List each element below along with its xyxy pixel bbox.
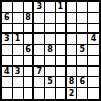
- cell-r2c8[interactable]: [77, 13, 88, 24]
- cell-r7c6[interactable]: [56, 67, 67, 78]
- cell-r3c8[interactable]: [77, 24, 88, 35]
- cell-r6c8[interactable]: [77, 56, 88, 67]
- cell-r4c3[interactable]: [24, 34, 35, 45]
- cell-r2c9[interactable]: [88, 13, 99, 24]
- cell-r1c2[interactable]: [13, 2, 24, 13]
- cell-r4c5[interactable]: [45, 34, 56, 45]
- cell-r5c7[interactable]: [67, 45, 78, 56]
- cell-r3c4[interactable]: [34, 24, 45, 35]
- cell-r8c1[interactable]: [2, 77, 13, 88]
- cell-r7c3[interactable]: [24, 67, 35, 78]
- given-digit: 3: [4, 35, 10, 43]
- cell-r2c3[interactable]: 8: [24, 13, 35, 24]
- cell-r6c3[interactable]: [24, 56, 35, 67]
- cell-r8c9[interactable]: [88, 77, 99, 88]
- cell-r9c1[interactable]: [2, 88, 13, 99]
- given-digit: 4: [91, 35, 97, 43]
- cell-r8c5[interactable]: 5: [45, 77, 56, 88]
- given-digit: 1: [15, 35, 21, 43]
- cell-r4c9[interactable]: 4: [88, 34, 99, 45]
- given-digit: 8: [69, 78, 75, 86]
- cell-r8c6[interactable]: [56, 77, 67, 88]
- cell-r1c8[interactable]: [77, 2, 88, 13]
- given-digit: 4: [4, 68, 10, 76]
- cell-r3c1[interactable]: [2, 24, 13, 35]
- cell-r5c6[interactable]: [56, 45, 67, 56]
- cell-r5c1[interactable]: [2, 45, 13, 56]
- cell-r1c7[interactable]: [67, 2, 78, 13]
- cell-r9c2[interactable]: [13, 88, 24, 99]
- cell-r1c3[interactable]: [24, 2, 35, 13]
- cell-r8c7[interactable]: 8: [67, 77, 78, 88]
- cell-r6c4[interactable]: [34, 56, 45, 67]
- given-digit: 8: [25, 14, 31, 22]
- given-digit: 7: [36, 68, 42, 76]
- cell-r5c4[interactable]: [34, 45, 45, 56]
- cell-r6c2[interactable]: [13, 56, 24, 67]
- cell-r3c3[interactable]: [24, 24, 35, 35]
- cell-r2c1[interactable]: 6: [2, 13, 13, 24]
- cell-r5c9[interactable]: [88, 45, 99, 56]
- cell-r6c7[interactable]: [67, 56, 78, 67]
- cell-r5c5[interactable]: 8: [45, 45, 56, 56]
- cell-r2c5[interactable]: [45, 13, 56, 24]
- cell-r4c6[interactable]: [56, 34, 67, 45]
- cell-r1c4[interactable]: 3: [34, 2, 45, 13]
- cell-r7c9[interactable]: [88, 67, 99, 78]
- cell-r9c4[interactable]: [34, 88, 45, 99]
- cell-r2c6[interactable]: [56, 13, 67, 24]
- cell-r7c4[interactable]: 7: [34, 67, 45, 78]
- given-digit: 3: [15, 68, 21, 76]
- cell-r8c2[interactable]: [13, 77, 24, 88]
- cell-r4c1[interactable]: 3: [2, 34, 13, 45]
- cell-r1c9[interactable]: [88, 2, 99, 13]
- cell-r6c5[interactable]: [45, 56, 56, 67]
- cell-r2c7[interactable]: [67, 13, 78, 24]
- cell-r3c2[interactable]: [13, 24, 24, 35]
- cell-r8c4[interactable]: [34, 77, 45, 88]
- cell-r3c5[interactable]: [45, 24, 56, 35]
- cell-r9c3[interactable]: [24, 88, 35, 99]
- cell-r7c7[interactable]: [67, 67, 78, 78]
- cell-r7c2[interactable]: 3: [13, 67, 24, 78]
- given-digit: 5: [47, 78, 53, 86]
- cell-r2c2[interactable]: [13, 13, 24, 24]
- cell-r6c9[interactable]: [88, 56, 99, 67]
- cell-r9c6[interactable]: [56, 88, 67, 99]
- cell-r1c1[interactable]: [2, 2, 13, 13]
- cell-r7c5[interactable]: [45, 67, 56, 78]
- cell-r3c7[interactable]: [67, 24, 78, 35]
- cell-r6c1[interactable]: [2, 56, 13, 67]
- cell-r5c8[interactable]: 5: [77, 45, 88, 56]
- cell-r4c7[interactable]: [67, 34, 78, 45]
- given-digit: 1: [57, 3, 63, 11]
- cell-r9c9[interactable]: [88, 88, 99, 99]
- cell-r3c6[interactable]: [56, 24, 67, 35]
- cell-r1c5[interactable]: [45, 2, 56, 13]
- cell-r5c3[interactable]: 6: [24, 45, 35, 56]
- given-digit: 6: [4, 14, 10, 22]
- cell-r9c8[interactable]: [77, 88, 88, 99]
- cell-r6c6[interactable]: [56, 56, 67, 67]
- cell-r5c2[interactable]: [13, 45, 24, 56]
- cell-r8c8[interactable]: 6: [77, 77, 88, 88]
- cell-r9c5[interactable]: [45, 88, 56, 99]
- given-digit: 6: [80, 78, 86, 86]
- cell-r4c2[interactable]: 1: [13, 34, 24, 45]
- given-digit: 2: [69, 90, 75, 98]
- given-digit: 3: [36, 3, 42, 11]
- given-digit: 8: [47, 46, 53, 54]
- cell-r4c8[interactable]: [77, 34, 88, 45]
- given-digit: 5: [80, 46, 86, 54]
- cell-r3c9[interactable]: [88, 24, 99, 35]
- cell-r1c6[interactable]: 1: [56, 2, 67, 13]
- cell-r7c8[interactable]: [77, 67, 88, 78]
- cell-r8c3[interactable]: [24, 77, 35, 88]
- cell-r2c4[interactable]: [34, 13, 45, 24]
- given-digit: 6: [25, 46, 31, 54]
- cell-r4c4[interactable]: [34, 34, 45, 45]
- sudoku-board: 31683146854375862: [0, 0, 101, 101]
- cell-r9c7[interactable]: 2: [67, 88, 78, 99]
- cell-r7c1[interactable]: 4: [2, 67, 13, 78]
